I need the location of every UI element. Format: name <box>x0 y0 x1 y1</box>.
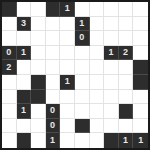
empty-cell[interactable] <box>75 60 90 75</box>
empty-cell[interactable] <box>2 31 17 46</box>
empty-cell[interactable] <box>133 46 148 61</box>
clue-wall-cell: 1 <box>133 133 148 148</box>
empty-cell[interactable] <box>104 104 119 119</box>
empty-cell[interactable] <box>46 75 61 90</box>
empty-cell[interactable] <box>119 2 134 17</box>
empty-cell[interactable] <box>133 90 148 105</box>
clue-wall-cell: 1 <box>46 133 61 148</box>
lightup-board: 1310011221100111 <box>0 0 150 150</box>
empty-cell[interactable] <box>46 60 61 75</box>
empty-cell[interactable] <box>104 90 119 105</box>
empty-cell[interactable] <box>31 119 46 134</box>
clue-wall-cell: 2 <box>2 60 17 75</box>
clue-wall-cell: 1 <box>60 2 75 17</box>
empty-cell[interactable] <box>31 60 46 75</box>
empty-cell[interactable] <box>46 46 61 61</box>
empty-cell[interactable] <box>133 17 148 32</box>
empty-cell[interactable] <box>2 90 17 105</box>
empty-cell[interactable] <box>31 2 46 17</box>
empty-cell[interactable] <box>60 60 75 75</box>
empty-cell[interactable] <box>133 104 148 119</box>
empty-cell[interactable] <box>75 133 90 148</box>
empty-cell[interactable] <box>119 75 134 90</box>
empty-cell[interactable] <box>2 17 17 32</box>
empty-cell[interactable] <box>119 60 134 75</box>
empty-cell[interactable] <box>17 31 32 46</box>
wall-cell <box>119 104 134 119</box>
empty-cell[interactable] <box>75 75 90 90</box>
empty-cell[interactable] <box>17 119 32 134</box>
wall-cell <box>31 75 46 90</box>
empty-cell[interactable] <box>60 17 75 32</box>
clue-wall-cell: 1 <box>75 17 90 32</box>
empty-cell[interactable] <box>90 90 105 105</box>
empty-cell[interactable] <box>60 133 75 148</box>
empty-cell[interactable] <box>133 119 148 134</box>
empty-cell[interactable] <box>60 90 75 105</box>
empty-cell[interactable] <box>60 31 75 46</box>
empty-cell[interactable] <box>60 119 75 134</box>
wall-cell <box>46 2 61 17</box>
wall-cell <box>17 133 32 148</box>
empty-cell[interactable] <box>90 31 105 46</box>
empty-cell[interactable] <box>2 133 17 148</box>
wall-cell <box>2 2 17 17</box>
empty-cell[interactable] <box>90 104 105 119</box>
clue-wall-cell: 0 <box>46 104 61 119</box>
empty-cell[interactable] <box>46 90 61 105</box>
empty-cell[interactable] <box>31 133 46 148</box>
clue-wall-cell: 0 <box>75 31 90 46</box>
empty-cell[interactable] <box>119 90 134 105</box>
empty-cell[interactable] <box>2 119 17 134</box>
empty-cell[interactable] <box>2 75 17 90</box>
empty-cell[interactable] <box>46 17 61 32</box>
empty-cell[interactable] <box>90 60 105 75</box>
empty-cell[interactable] <box>119 119 134 134</box>
wall-cell <box>133 75 148 90</box>
empty-cell[interactable] <box>17 60 32 75</box>
empty-cell[interactable] <box>2 104 17 119</box>
wall-cell <box>104 133 119 148</box>
empty-cell[interactable] <box>133 2 148 17</box>
empty-cell[interactable] <box>60 104 75 119</box>
empty-cell[interactable] <box>17 75 32 90</box>
empty-cell[interactable] <box>31 17 46 32</box>
wall-cell <box>17 90 32 105</box>
empty-cell[interactable] <box>75 46 90 61</box>
clue-wall-cell: 1 <box>104 46 119 61</box>
empty-cell[interactable] <box>60 46 75 61</box>
empty-cell[interactable] <box>104 17 119 32</box>
clue-wall-cell: 2 <box>119 46 134 61</box>
empty-cell[interactable] <box>31 104 46 119</box>
empty-cell[interactable] <box>90 46 105 61</box>
clue-wall-cell: 1 <box>60 75 75 90</box>
empty-cell[interactable] <box>90 2 105 17</box>
empty-cell[interactable] <box>75 90 90 105</box>
empty-cell[interactable] <box>104 60 119 75</box>
empty-cell[interactable] <box>46 31 61 46</box>
empty-cell[interactable] <box>90 133 105 148</box>
wall-cell <box>75 119 90 134</box>
empty-cell[interactable] <box>104 31 119 46</box>
wall-cell <box>31 90 46 105</box>
empty-cell[interactable] <box>90 119 105 134</box>
clue-wall-cell: 0 <box>46 119 61 134</box>
empty-cell[interactable] <box>104 75 119 90</box>
wall-cell <box>133 60 148 75</box>
empty-cell[interactable] <box>90 75 105 90</box>
empty-cell[interactable] <box>133 31 148 46</box>
clue-wall-cell: 1 <box>119 133 134 148</box>
empty-cell[interactable] <box>31 46 46 61</box>
empty-cell[interactable] <box>31 31 46 46</box>
empty-cell[interactable] <box>104 119 119 134</box>
clue-wall-cell: 1 <box>17 46 32 61</box>
empty-cell[interactable] <box>17 2 32 17</box>
clue-wall-cell: 1 <box>17 104 32 119</box>
clue-wall-cell: 3 <box>17 17 32 32</box>
clue-wall-cell: 0 <box>2 46 17 61</box>
empty-cell[interactable] <box>119 17 134 32</box>
empty-cell[interactable] <box>75 2 90 17</box>
empty-cell[interactable] <box>75 104 90 119</box>
empty-cell[interactable] <box>90 17 105 32</box>
empty-cell[interactable] <box>119 31 134 46</box>
empty-cell[interactable] <box>104 2 119 17</box>
